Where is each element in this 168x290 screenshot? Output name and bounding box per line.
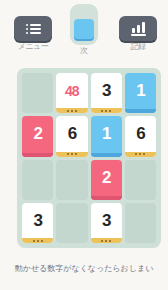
tile-edge [91, 108, 122, 113]
board-grid: 48312616233 [22, 73, 156, 243]
cell-r2-c1 [56, 160, 87, 200]
tile-edge [22, 238, 53, 243]
board[interactable]: 48312616233 [17, 68, 161, 248]
tile-edge [91, 196, 122, 200]
cell-r3-c0: 3 [22, 203, 53, 243]
tile-edge [125, 109, 156, 113]
cell-r1-c0: 2 [22, 116, 53, 156]
tile-edge [56, 108, 87, 113]
tile-3-r3-c2[interactable]: 3 [91, 203, 122, 243]
cell-r2-c0 [22, 160, 53, 200]
tile-3-r3-c0[interactable]: 3 [22, 203, 53, 243]
cell-r0-c0 [22, 73, 53, 113]
next-tile-blue [74, 19, 94, 39]
cell-r2-c2: 2 [91, 160, 122, 200]
game-over-hint: 動かせる数字がなくなったらおしまい [0, 264, 168, 274]
tile-edge [56, 152, 87, 157]
record-label: 記録 [119, 43, 157, 51]
cell-r0-c2: 3 [91, 73, 122, 113]
cell-r3-c1 [56, 203, 87, 243]
cell-r3-c2: 3 [91, 203, 122, 243]
next-label: 次 [70, 47, 98, 55]
tile-value: 6 [136, 124, 144, 144]
tile-value: 6 [68, 124, 76, 144]
tile-value: 2 [102, 168, 110, 188]
tile-edge [91, 153, 122, 157]
tile-value: 3 [102, 211, 110, 231]
cell-r1-c1: 6 [56, 116, 87, 156]
tile-value: 48 [65, 83, 79, 99]
bar-chart-icon [131, 22, 146, 36]
menu-label: メニュー [14, 43, 52, 51]
tile-value: 1 [136, 81, 144, 101]
tile-value: 3 [33, 211, 41, 231]
tile-48-r0-c1[interactable]: 48 [56, 73, 87, 113]
tile-value: 2 [33, 124, 41, 144]
cell-r2-c3 [125, 160, 156, 200]
cell-r0-c3: 1 [125, 73, 156, 113]
tile-1-r1-c2[interactable]: 1 [91, 116, 122, 156]
tile-6-r1-c1[interactable]: 6 [56, 116, 87, 156]
tile-2-r2-c2[interactable]: 2 [91, 160, 122, 200]
cell-r1-c2: 1 [91, 116, 122, 156]
tile-value: 1 [102, 124, 110, 144]
tile-2-r1-c0[interactable]: 2 [22, 116, 53, 156]
record-button[interactable] [119, 16, 157, 41]
cell-r1-c3: 6 [125, 116, 156, 156]
tile-edge [22, 153, 53, 157]
tile-value: 3 [102, 81, 110, 101]
tile-3-r0-c2[interactable]: 3 [91, 73, 122, 113]
menu-button[interactable] [14, 16, 52, 41]
next-card-preview [70, 4, 98, 45]
tile-6-r1-c3[interactable]: 6 [125, 116, 156, 156]
cell-r3-c3 [125, 203, 156, 243]
threes-game-screen: メニュー 次 記録 48312616233 動かせる数字がなくなったらおしまい [0, 0, 168, 290]
tile-edge [91, 238, 122, 243]
cell-r0-c1: 48 [56, 73, 87, 113]
tile-edge [125, 152, 156, 157]
list-icon [26, 24, 41, 34]
tile-1-r0-c3[interactable]: 1 [125, 73, 156, 113]
